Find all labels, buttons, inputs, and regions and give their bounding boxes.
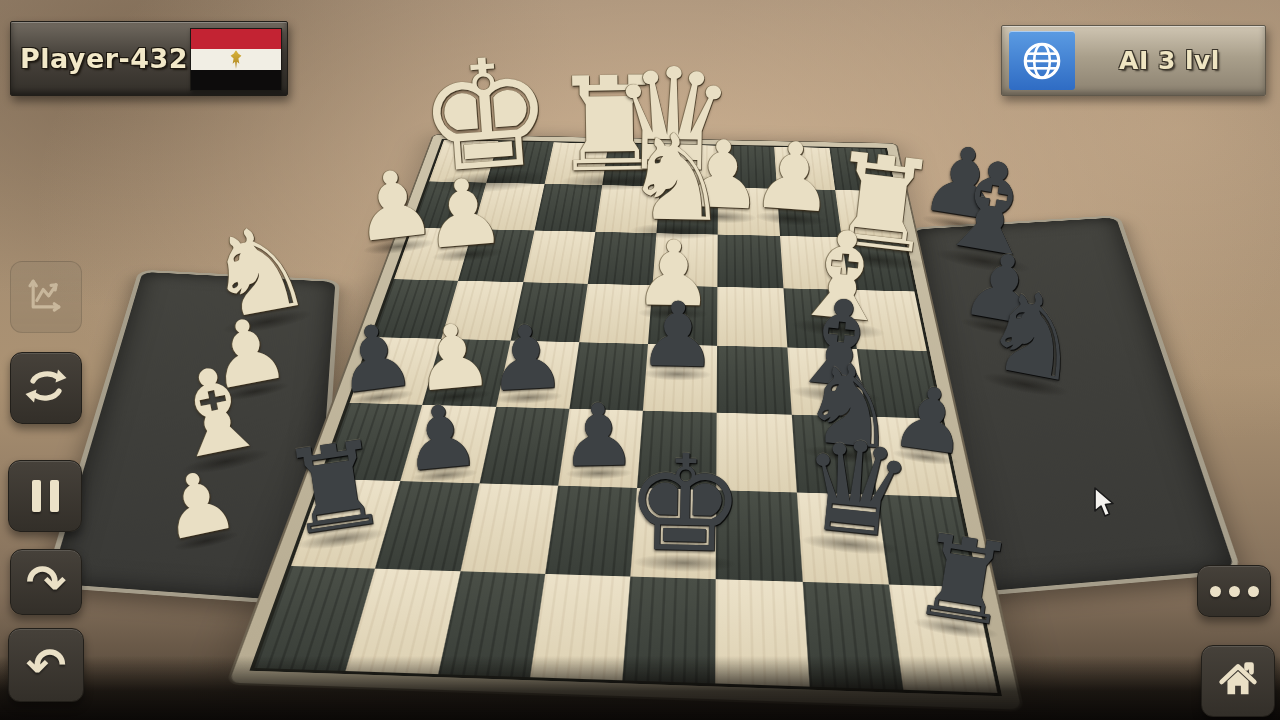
captured-wP: ♟: [148, 455, 248, 555]
square-g8[interactable]: [346, 568, 460, 674]
egypt-flag-icon: [190, 28, 282, 91]
piece-bP-d4[interactable]: ♟: [632, 290, 723, 381]
undo-arrow-icon: ↶: [26, 641, 66, 689]
redo-arrow-icon: ↷: [26, 558, 66, 606]
square-f8[interactable]: [438, 571, 545, 677]
square-c4[interactable]: [717, 287, 787, 348]
piece-bR-h6[interactable]: ♜: [269, 423, 401, 555]
game-screen: ♚♜♛♟♟♟♞♟♟♜♝♟♞♝♟♟♞♟♝♟♟♟♞♟♝♟♟♜♟♛♚♜ Player-…: [0, 0, 1280, 720]
rotate-icon: [22, 362, 70, 414]
captured-bN: ♞: [968, 270, 1100, 402]
piece-bR-a8[interactable]: ♜: [900, 516, 1028, 644]
square-c8[interactable]: [715, 579, 809, 687]
flag-red-stripe: [191, 29, 281, 49]
pause-icon: [32, 480, 59, 512]
flag-black-stripe: [191, 70, 281, 90]
square-f3[interactable]: [523, 230, 595, 283]
player-plate: Player-432: [10, 21, 288, 96]
piece-bK-d7[interactable]: ♚: [617, 437, 753, 573]
home-icon: [1215, 656, 1261, 706]
square-h8[interactable]: [254, 566, 375, 671]
piece-bP-g5[interactable]: ♟: [394, 391, 488, 485]
home-button[interactable]: [1201, 645, 1275, 717]
square-f7[interactable]: [460, 483, 558, 574]
pause-button[interactable]: [8, 460, 82, 532]
ai-plate: AI 3 lvl: [1001, 25, 1266, 96]
more-options-button[interactable]: [1197, 565, 1271, 617]
three-dots-icon: [1210, 586, 1259, 597]
player-name: Player-432: [11, 22, 197, 95]
square-e8[interactable]: [530, 574, 631, 681]
square-d8[interactable]: [622, 576, 716, 683]
piece-bQ-b7[interactable]: ♛: [787, 420, 925, 558]
undo-button[interactable]: ↶: [8, 628, 84, 702]
square-b8[interactable]: [802, 582, 903, 690]
globe-icon: [1009, 31, 1075, 90]
redo-button[interactable]: ↷: [10, 549, 82, 615]
ai-level-label: AI 3 lvl: [1082, 26, 1257, 95]
stats-chart-button[interactable]: [10, 261, 82, 333]
piece-wP-g2[interactable]: ♟: [414, 164, 513, 263]
rotate-board-button[interactable]: [10, 352, 82, 424]
chart-icon: [24, 273, 68, 321]
